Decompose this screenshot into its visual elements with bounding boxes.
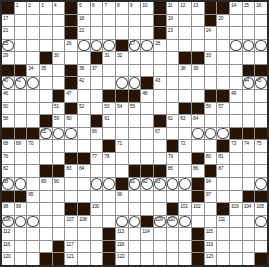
cell-r13c18[interactable]: 81 xyxy=(217,153,229,165)
cell-r14c14[interactable]: 85 xyxy=(167,165,179,177)
cell-r2c10[interactable] xyxy=(116,15,128,27)
cell-r3c14[interactable]: 23 xyxy=(167,27,179,39)
cell-r11c5[interactable] xyxy=(53,128,65,140)
cell-r1c2[interactable]: 1 xyxy=(15,2,27,14)
cell-r17c2[interactable]: 99 xyxy=(15,203,27,215)
cell-r4c9[interactable] xyxy=(103,40,115,52)
cell-r4c6[interactable]: 26 xyxy=(65,40,77,52)
cell-r11c10[interactable] xyxy=(116,128,128,140)
cell-r11c16[interactable] xyxy=(192,128,204,140)
cell-r3c2[interactable] xyxy=(15,27,27,39)
cell-r2c3[interactable] xyxy=(27,15,39,27)
cell-r5c14[interactable] xyxy=(167,52,179,64)
cell-r14c20[interactable] xyxy=(243,165,255,177)
cell-r15c11[interactable]: 91 xyxy=(129,178,141,190)
cell-r19c20[interactable] xyxy=(243,228,255,240)
cell-r15c14[interactable] xyxy=(167,178,179,190)
cell-r2c11[interactable] xyxy=(129,15,141,27)
cell-r10c17[interactable] xyxy=(205,115,217,127)
cell-r1c15[interactable]: 12 xyxy=(179,2,191,14)
cell-r17c13[interactable] xyxy=(154,203,166,215)
cell-r6c14[interactable] xyxy=(167,65,179,77)
cell-r11c6[interactable] xyxy=(65,128,77,140)
cell-r11c7[interactable] xyxy=(78,128,90,140)
cell-r16c12[interactable] xyxy=(141,191,153,203)
cell-r20c7[interactable] xyxy=(78,241,90,253)
cell-r2c5[interactable] xyxy=(53,15,65,27)
cell-r18c10[interactable] xyxy=(116,216,128,228)
cell-r15c5[interactable]: 90 xyxy=(53,178,65,190)
cell-r10c9[interactable]: 61 xyxy=(103,115,115,127)
cell-r16c8[interactable] xyxy=(91,191,103,203)
cell-r2c8[interactable] xyxy=(91,15,103,27)
cell-r10c16[interactable]: 64 xyxy=(192,115,204,127)
cell-r12c11[interactable] xyxy=(129,140,141,152)
cell-r15c13[interactable]: 93 xyxy=(154,178,166,190)
cell-r1c19[interactable]: 14 xyxy=(230,2,242,14)
cell-r8c12[interactable]: 48 xyxy=(141,90,153,102)
cell-r18c19[interactable] xyxy=(230,216,242,228)
cell-r7c20[interactable]: 44 xyxy=(243,77,255,89)
cell-r18c5[interactable] xyxy=(53,216,65,228)
cell-r8c19[interactable]: 49 xyxy=(230,90,242,102)
cell-r12c17[interactable] xyxy=(205,140,217,152)
cell-r14c8[interactable] xyxy=(91,165,103,177)
cell-r20c1[interactable]: 116 xyxy=(2,241,14,253)
cell-r6c5[interactable] xyxy=(53,65,65,77)
cell-r10c1[interactable]: 58 xyxy=(2,115,14,127)
cell-r3c11[interactable] xyxy=(129,27,141,39)
cell-r10c14[interactable]: 62 xyxy=(167,115,179,127)
cell-r9c5[interactable]: 51 xyxy=(53,103,65,115)
cell-r3c16[interactable] xyxy=(192,27,204,39)
cell-r15c8[interactable] xyxy=(91,178,103,190)
cell-r11c9[interactable] xyxy=(103,128,115,140)
cell-r10c2[interactable] xyxy=(15,115,27,127)
cell-r16c10[interactable]: 96 xyxy=(116,191,128,203)
cell-r3c19[interactable] xyxy=(230,27,242,39)
cell-r5c7[interactable] xyxy=(78,52,90,64)
cell-r20c20[interactable] xyxy=(243,241,255,253)
cell-r2c9[interactable] xyxy=(103,15,115,27)
cell-r5c12[interactable] xyxy=(141,52,153,64)
cell-r3c10[interactable] xyxy=(116,27,128,39)
cell-r8c6[interactable]: 47 xyxy=(65,90,77,102)
cell-r21c20[interactable] xyxy=(243,253,255,265)
cell-r9c12[interactable] xyxy=(141,103,153,115)
cell-r5c19[interactable] xyxy=(230,52,242,64)
cell-r15c7[interactable] xyxy=(78,178,90,190)
cell-r3c15[interactable] xyxy=(179,27,191,39)
cell-r7c18[interactable] xyxy=(217,77,229,89)
cell-r16c14[interactable] xyxy=(167,191,179,203)
cell-r19c7[interactable] xyxy=(78,228,90,240)
cell-r16c11[interactable] xyxy=(129,191,141,203)
cell-r8c7[interactable] xyxy=(78,90,90,102)
cell-r7c7[interactable]: 42 xyxy=(78,77,90,89)
cell-r7c2[interactable]: 41 xyxy=(15,77,27,89)
cell-r3c9[interactable] xyxy=(103,27,115,39)
cell-r7c8[interactable] xyxy=(91,77,103,89)
cell-r12c1[interactable]: 68 xyxy=(2,140,14,152)
cell-r4c7[interactable] xyxy=(78,40,90,52)
cell-r5c20[interactable] xyxy=(243,52,255,64)
cell-r1c5[interactable]: 4 xyxy=(53,2,65,14)
cell-r1c20[interactable]: 15 xyxy=(243,2,255,14)
cell-r9c19[interactable] xyxy=(230,103,242,115)
cell-r13c3[interactable] xyxy=(27,153,39,165)
cell-r16c4[interactable] xyxy=(40,191,52,203)
cell-r3c21[interactable] xyxy=(255,27,267,39)
cell-r15c18[interactable] xyxy=(217,178,229,190)
cell-r2c4[interactable] xyxy=(40,15,52,27)
cell-r17c20[interactable]: 104 xyxy=(243,203,255,215)
cell-r13c4[interactable] xyxy=(40,153,52,165)
cell-r21c3[interactable] xyxy=(27,253,39,265)
cell-r16c6[interactable] xyxy=(65,191,77,203)
cell-r15c15[interactable] xyxy=(179,178,191,190)
cell-r3c1[interactable]: 21 xyxy=(2,27,14,39)
cell-r1c12[interactable]: 10 xyxy=(141,2,153,14)
cell-r7c10[interactable] xyxy=(116,77,128,89)
cell-r15c2[interactable] xyxy=(15,178,27,190)
cell-r13c13[interactable] xyxy=(154,153,166,165)
cell-r9c14[interactable] xyxy=(167,103,179,115)
cell-r12c5[interactable] xyxy=(53,140,65,152)
cell-r20c19[interactable] xyxy=(230,241,242,253)
cell-r10c10[interactable] xyxy=(116,115,128,127)
cell-r14c3[interactable] xyxy=(27,165,39,177)
cell-r15c20[interactable] xyxy=(243,178,255,190)
cell-r6c16[interactable]: 39 xyxy=(192,65,204,77)
cell-r20c11[interactable] xyxy=(129,241,141,253)
cell-r4c5[interactable] xyxy=(53,40,65,52)
cell-r8c1[interactable]: 46 xyxy=(2,90,14,102)
cell-r13c10[interactable] xyxy=(116,153,128,165)
cell-r21c8[interactable] xyxy=(91,253,103,265)
cell-r10c20[interactable] xyxy=(243,115,255,127)
cell-r11c13[interactable]: 67 xyxy=(154,128,166,140)
cell-r19c13[interactable] xyxy=(154,228,166,240)
cell-r6c7[interactable]: 36 xyxy=(78,65,90,77)
cell-r9c4[interactable] xyxy=(40,103,52,115)
cell-r5c1[interactable]: 29 xyxy=(2,52,14,64)
cell-r14c15[interactable] xyxy=(179,165,191,177)
cell-r19c5[interactable] xyxy=(53,228,65,240)
cell-r19c6[interactable] xyxy=(65,228,77,240)
cell-r7c11[interactable] xyxy=(129,77,141,89)
cell-r12c7[interactable] xyxy=(78,140,90,152)
cell-r9c10[interactable]: 54 xyxy=(116,103,128,115)
cell-r5c18[interactable] xyxy=(217,52,229,64)
cell-r2c1[interactable]: 17 xyxy=(2,15,14,27)
cell-r3c5[interactable] xyxy=(53,27,65,39)
cell-r10c7[interactable] xyxy=(78,115,90,127)
cell-r5c10[interactable]: 32 xyxy=(116,52,128,64)
cell-r12c21[interactable]: 75 xyxy=(255,140,267,152)
cell-r13c14[interactable]: 79 xyxy=(167,153,179,165)
cell-r9c3[interactable] xyxy=(27,103,39,115)
cell-r16c3[interactable]: 95 xyxy=(27,191,39,203)
cell-r8c3[interactable] xyxy=(27,90,39,102)
cell-r14c18[interactable]: 87 xyxy=(217,165,229,177)
cell-r15c21[interactable] xyxy=(255,178,267,190)
cell-r12c13[interactable] xyxy=(154,140,166,152)
cell-r11c11[interactable] xyxy=(129,128,141,140)
cell-r17c4[interactable] xyxy=(40,203,52,215)
cell-r4c15[interactable] xyxy=(179,40,191,52)
cell-r5c2[interactable] xyxy=(15,52,27,64)
cell-r19c8[interactable] xyxy=(91,228,103,240)
cell-r14c6[interactable]: 83 xyxy=(65,165,77,177)
cell-r14c9[interactable] xyxy=(103,165,115,177)
cell-r1c4[interactable]: 3 xyxy=(40,2,52,14)
cell-r5c5[interactable]: 30 xyxy=(53,52,65,64)
cell-r19c3[interactable] xyxy=(27,228,39,240)
cell-r2c15[interactable] xyxy=(179,15,191,27)
cell-r18c15[interactable] xyxy=(179,216,191,228)
cell-r21c7[interactable] xyxy=(78,253,90,265)
cell-r12c2[interactable]: 69 xyxy=(15,140,27,152)
cell-r17c1[interactable]: 98 xyxy=(2,203,14,215)
cell-r4c21[interactable] xyxy=(255,40,267,52)
cell-r1c3[interactable]: 2 xyxy=(27,2,39,14)
cell-r8c2[interactable] xyxy=(15,90,27,102)
cell-r19c2[interactable] xyxy=(15,228,27,240)
cell-r1c14[interactable]: 11 xyxy=(167,2,179,14)
cell-r6c8[interactable]: 37 xyxy=(91,65,103,77)
cell-r4c4[interactable] xyxy=(40,40,52,52)
cell-r16c18[interactable] xyxy=(217,191,229,203)
cell-r6c9[interactable] xyxy=(103,65,115,77)
cell-r18c18[interactable]: 111 xyxy=(217,216,229,228)
cell-r20c15[interactable] xyxy=(179,241,191,253)
cell-r18c2[interactable] xyxy=(15,216,27,228)
cell-r3c3[interactable] xyxy=(27,27,39,39)
cell-r17c3[interactable] xyxy=(27,203,39,215)
cell-r3c8[interactable] xyxy=(91,27,103,39)
cell-r11c18[interactable] xyxy=(217,128,229,140)
cell-r3c4[interactable] xyxy=(40,27,52,39)
cell-r12c16[interactable] xyxy=(192,140,204,152)
cell-r21c17[interactable]: 123 xyxy=(205,253,217,265)
cell-r6c15[interactable]: 38 xyxy=(179,65,191,77)
cell-r21c12[interactable] xyxy=(141,253,153,265)
cell-r6c3[interactable]: 34 xyxy=(27,65,39,77)
cell-r17c12[interactable] xyxy=(141,203,153,215)
cell-r13c17[interactable]: 80 xyxy=(205,153,217,165)
cell-r20c17[interactable]: 119 xyxy=(205,241,217,253)
cell-r18c14[interactable]: 110 xyxy=(167,216,179,228)
cell-r3c17[interactable]: 24 xyxy=(205,27,217,39)
cell-r21c18[interactable] xyxy=(217,253,229,265)
cell-r3c18[interactable] xyxy=(217,27,229,39)
cell-r12c8[interactable] xyxy=(91,140,103,152)
cell-r21c11[interactable] xyxy=(129,253,141,265)
cell-r13c21[interactable] xyxy=(255,153,267,165)
cell-r20c2[interactable] xyxy=(15,241,27,253)
cell-r14c1[interactable]: 82 xyxy=(2,165,14,177)
cell-r4c8[interactable] xyxy=(91,40,103,52)
cell-r9c2[interactable] xyxy=(15,103,27,115)
cell-r7c9[interactable] xyxy=(103,77,115,89)
cell-r7c17[interactable] xyxy=(205,77,217,89)
cell-r10c15[interactable]: 63 xyxy=(179,115,191,127)
cell-r5c17[interactable]: 33 xyxy=(205,52,217,64)
cell-r13c20[interactable] xyxy=(243,153,255,165)
cell-r5c6[interactable] xyxy=(65,52,77,64)
cell-r10c5[interactable]: 59 xyxy=(53,115,65,127)
cell-r15c6[interactable] xyxy=(65,178,77,190)
cell-r4c17[interactable] xyxy=(205,40,217,52)
cell-r19c14[interactable] xyxy=(167,228,179,240)
cell-r20c10[interactable]: 118 xyxy=(116,241,128,253)
cell-r18c21[interactable] xyxy=(255,216,267,228)
cell-r6c19[interactable] xyxy=(230,65,242,77)
cell-r11c15[interactable] xyxy=(179,128,191,140)
cell-r5c13[interactable] xyxy=(154,52,166,64)
cell-r12c15[interactable]: 72 xyxy=(179,140,191,152)
cell-r5c3[interactable] xyxy=(27,52,39,64)
cell-r17c10[interactable] xyxy=(116,203,128,215)
cell-r11c14[interactable] xyxy=(167,128,179,140)
cell-r12c20[interactable]: 74 xyxy=(243,140,255,152)
cell-r15c9[interactable] xyxy=(103,178,115,190)
cell-r12c10[interactable]: 71 xyxy=(116,140,128,152)
cell-r18c6[interactable]: 107 xyxy=(65,216,77,228)
cell-r6c18[interactable] xyxy=(217,65,229,77)
cell-r14c19[interactable] xyxy=(230,165,242,177)
cell-r18c8[interactable] xyxy=(91,216,103,228)
cell-r18c7[interactable]: 108 xyxy=(78,216,90,228)
cell-r8c20[interactable] xyxy=(243,90,255,102)
cell-r7c13[interactable]: 43 xyxy=(154,77,166,89)
cell-r18c4[interactable] xyxy=(40,216,52,228)
cell-r21c10[interactable]: 122 xyxy=(116,253,128,265)
cell-r14c7[interactable]: 84 xyxy=(78,165,90,177)
cell-r12c19[interactable]: 73 xyxy=(230,140,242,152)
cell-r10c21[interactable] xyxy=(255,115,267,127)
cell-r10c11[interactable] xyxy=(129,115,141,127)
cell-r15c12[interactable]: 92 xyxy=(141,178,153,190)
cell-r8c8[interactable] xyxy=(91,90,103,102)
cell-r6c12[interactable] xyxy=(141,65,153,77)
cell-r4c1[interactable]: 25 xyxy=(2,40,14,52)
cell-r10c19[interactable] xyxy=(230,115,242,127)
cell-r9c13[interactable] xyxy=(154,103,166,115)
cell-r8c14[interactable] xyxy=(167,90,179,102)
cell-r7c1[interactable]: 40 xyxy=(2,77,14,89)
cell-r9c9[interactable]: 53 xyxy=(103,103,115,115)
cell-r21c13[interactable] xyxy=(154,253,166,265)
cell-r21c2[interactable] xyxy=(15,253,27,265)
cell-r2c18[interactable]: 20 xyxy=(217,15,229,27)
cell-r13c11[interactable] xyxy=(129,153,141,165)
cell-r9c11[interactable]: 55 xyxy=(129,103,141,115)
cell-r15c19[interactable] xyxy=(230,178,242,190)
cell-r20c18[interactable] xyxy=(217,241,229,253)
cell-r19c4[interactable] xyxy=(40,228,52,240)
cell-r8c15[interactable] xyxy=(179,90,191,102)
cell-r7c15[interactable] xyxy=(179,77,191,89)
cell-r21c6[interactable]: 121 xyxy=(65,253,77,265)
cell-r16c13[interactable] xyxy=(154,191,166,203)
cell-r16c17[interactable]: 97 xyxy=(205,191,217,203)
cell-r2c7[interactable]: 18 xyxy=(78,15,90,27)
cell-r8c13[interactable] xyxy=(154,90,166,102)
cell-r13c19[interactable] xyxy=(230,153,242,165)
cell-r18c16[interactable] xyxy=(192,216,204,228)
cell-r7c21[interactable]: 45 xyxy=(255,77,267,89)
cell-r4c2[interactable] xyxy=(15,40,27,52)
cell-r17c11[interactable] xyxy=(129,203,141,215)
cell-r11c17[interactable] xyxy=(205,128,217,140)
cell-r9c21[interactable] xyxy=(255,103,267,115)
cell-r19c18[interactable] xyxy=(217,228,229,240)
cell-r9c7[interactable]: 52 xyxy=(78,103,90,115)
cell-r20c12[interactable] xyxy=(141,241,153,253)
cell-r21c1[interactable]: 120 xyxy=(2,253,14,265)
cell-r8c4[interactable] xyxy=(40,90,52,102)
cell-r11c4[interactable]: 65 xyxy=(40,128,52,140)
cell-r4c11[interactable]: 27 xyxy=(129,40,141,52)
cell-r11c12[interactable] xyxy=(141,128,153,140)
cell-r14c21[interactable] xyxy=(255,165,267,177)
cell-r14c10[interactable] xyxy=(116,165,128,177)
cell-r18c9[interactable] xyxy=(103,216,115,228)
cell-r7c5[interactable] xyxy=(53,77,65,89)
cell-r1c9[interactable]: 7 xyxy=(103,2,115,14)
cell-r20c21[interactable] xyxy=(255,241,267,253)
cell-r17c5[interactable] xyxy=(53,203,65,215)
cell-r21c15[interactable] xyxy=(179,253,191,265)
cell-r4c16[interactable] xyxy=(192,40,204,52)
cell-r20c8[interactable] xyxy=(91,241,103,253)
cell-r9c18[interactable]: 57 xyxy=(217,103,229,115)
cell-r3c20[interactable] xyxy=(243,27,255,39)
cell-r4c18[interactable] xyxy=(217,40,229,52)
cell-r14c16[interactable]: 86 xyxy=(192,165,204,177)
cell-r20c4[interactable] xyxy=(40,241,52,253)
cell-r5c11[interactable] xyxy=(129,52,141,64)
cell-r19c10[interactable]: 113 xyxy=(116,228,128,240)
cell-r4c12[interactable] xyxy=(141,40,153,52)
cell-r3c7[interactable]: 22 xyxy=(78,27,90,39)
cell-r16c7[interactable] xyxy=(78,191,90,203)
cell-r4c3[interactable] xyxy=(27,40,39,52)
cell-r15c4[interactable]: 89 xyxy=(40,178,52,190)
cell-r6c11[interactable] xyxy=(129,65,141,77)
cell-r16c19[interactable] xyxy=(230,191,242,203)
cell-r2c19[interactable] xyxy=(230,15,242,27)
cell-r14c2[interactable] xyxy=(15,165,27,177)
cell-r16c15[interactable] xyxy=(179,191,191,203)
cell-r17c9[interactable] xyxy=(103,203,115,215)
cell-r19c12[interactable]: 114 xyxy=(141,228,153,240)
cell-r17c15[interactable]: 101 xyxy=(179,203,191,215)
cell-r19c1[interactable]: 112 xyxy=(2,228,14,240)
cell-r15c3[interactable] xyxy=(27,178,39,190)
cell-r17c21[interactable]: 105 xyxy=(255,203,267,215)
cell-r13c5[interactable] xyxy=(53,153,65,165)
cell-r15c17[interactable]: 94 xyxy=(205,178,217,190)
cell-r1c16[interactable]: 13 xyxy=(192,2,204,14)
cell-r19c11[interactable] xyxy=(129,228,141,240)
cell-r10c3[interactable] xyxy=(27,115,39,127)
cell-r10c12[interactable] xyxy=(141,115,153,127)
cell-r9c8[interactable] xyxy=(91,103,103,115)
cell-r11c8[interactable]: 66 xyxy=(91,128,103,140)
